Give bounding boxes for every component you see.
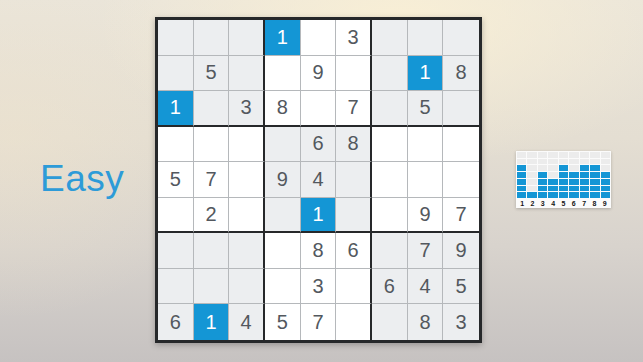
histogram-cell-2-1 (527, 192, 536, 198)
difficulty-label: Easy (40, 158, 124, 200)
histogram-cell-7-7 (580, 152, 589, 158)
histogram-cell-4-5 (548, 165, 557, 171)
histogram-cell-5-6 (559, 159, 568, 165)
histogram-label-3: 3 (538, 199, 548, 207)
histogram-cell-3-6 (538, 159, 547, 165)
histogram-cell-7-4 (580, 172, 589, 178)
cell-r7c3[interactable] (229, 233, 265, 269)
histogram-digit-labels: 123456789 (517, 199, 610, 207)
histogram-cell-5-5 (559, 165, 568, 171)
cell-r3c7[interactable] (372, 91, 408, 127)
cell-r6c5[interactable]: 1 (301, 198, 337, 234)
cell-r6c8[interactable]: 9 (408, 198, 444, 234)
cell-r9c1[interactable]: 6 (158, 304, 194, 340)
histogram-cell-2-7 (527, 152, 536, 158)
histogram-bars (517, 152, 610, 198)
histogram-cell-4-3 (548, 179, 557, 185)
cell-r8c9[interactable]: 5 (443, 269, 479, 305)
histogram-cell-8-1 (590, 192, 599, 198)
histogram-cell-2-6 (527, 159, 536, 165)
histogram-cell-7-3 (580, 179, 589, 185)
cell-r1c7[interactable] (372, 20, 408, 56)
cell-r4c5[interactable]: 6 (301, 127, 337, 163)
histogram-cell-1-2 (517, 186, 526, 192)
histogram-label-2: 2 (527, 199, 537, 207)
histogram-cell-3-2 (538, 186, 547, 192)
histogram-cell-1-5 (517, 165, 526, 171)
histogram-cell-5-4 (559, 172, 568, 178)
histogram-cell-8-3 (590, 179, 599, 185)
histogram-cell-3-1 (538, 192, 547, 198)
cell-r2c2[interactable]: 5 (194, 56, 230, 92)
histogram-cell-9-4 (601, 172, 610, 178)
cell-r9c6[interactable] (336, 304, 372, 340)
cell-r2c1[interactable] (158, 56, 194, 92)
histogram-cell-9-5 (601, 165, 610, 171)
cell-r1c5[interactable] (301, 20, 337, 56)
cell-r6c9[interactable]: 7 (443, 198, 479, 234)
digit-histogram-panel: 123456789 (516, 151, 611, 208)
cell-r5c8[interactable] (408, 162, 444, 198)
histogram-cell-9-6 (601, 159, 610, 165)
histogram-cell-7-1 (580, 192, 589, 198)
cell-r3c5[interactable] (301, 91, 337, 127)
cell-r8c5[interactable]: 3 (301, 269, 337, 305)
background: Easy 13591813875685794219786793645614578… (0, 0, 643, 362)
histogram-cell-6-5 (569, 165, 578, 171)
cell-r6c4[interactable] (265, 198, 301, 234)
cell-r7c2[interactable] (194, 233, 230, 269)
cell-r6c1[interactable] (158, 198, 194, 234)
histogram-cell-5-1 (559, 192, 568, 198)
cell-r8c2[interactable] (194, 269, 230, 305)
histogram-cell-2-5 (527, 165, 536, 171)
cell-r1c3[interactable] (229, 20, 265, 56)
cell-r8c8[interactable]: 4 (408, 269, 444, 305)
cell-r4c3[interactable] (229, 127, 265, 163)
histogram-cell-8-2 (590, 186, 599, 192)
histogram-cell-5-2 (559, 186, 568, 192)
histogram-cell-7-2 (580, 186, 589, 192)
cell-r3c9[interactable] (443, 91, 479, 127)
cell-r4c2[interactable] (194, 127, 230, 163)
histogram-cell-1-1 (517, 192, 526, 198)
histogram-cell-8-6 (590, 159, 599, 165)
cell-r2c3[interactable] (229, 56, 265, 92)
histogram-cell-9-3 (601, 179, 610, 185)
cell-r4c4[interactable] (265, 127, 301, 163)
cell-r5c3[interactable] (229, 162, 265, 198)
cell-r9c2[interactable]: 1 (194, 304, 230, 340)
histogram-cell-3-4 (538, 172, 547, 178)
cell-r7c7[interactable] (372, 233, 408, 269)
histogram-cell-6-2 (569, 186, 578, 192)
cell-r1c9[interactable] (443, 20, 479, 56)
histogram-label-6: 6 (569, 199, 579, 207)
cell-r5c2[interactable]: 7 (194, 162, 230, 198)
cell-r9c9[interactable]: 3 (443, 304, 479, 340)
histogram-cell-9-1 (601, 192, 610, 198)
cell-r2c4[interactable] (265, 56, 301, 92)
cell-r3c8[interactable]: 5 (408, 91, 444, 127)
cell-r6c3[interactable] (229, 198, 265, 234)
histogram-cell-2-2 (527, 186, 536, 192)
cell-r4c8[interactable] (408, 127, 444, 163)
histogram-cell-3-7 (538, 152, 547, 158)
cell-r7c6[interactable]: 6 (336, 233, 372, 269)
histogram-cell-1-7 (517, 152, 526, 158)
histogram-cell-1-3 (517, 179, 526, 185)
histogram-cell-3-3 (538, 179, 547, 185)
cell-r6c2[interactable]: 2 (194, 198, 230, 234)
cell-r1c1[interactable] (158, 20, 194, 56)
histogram-cell-8-5 (590, 165, 599, 171)
cell-r5c1[interactable]: 5 (158, 162, 194, 198)
cell-r3c6[interactable]: 7 (336, 91, 372, 127)
histogram-cell-4-4 (548, 172, 557, 178)
cell-r2c8[interactable]: 1 (408, 56, 444, 92)
histogram-label-7: 7 (579, 199, 589, 207)
cell-r1c2[interactable] (194, 20, 230, 56)
cell-r8c1[interactable] (158, 269, 194, 305)
cell-r3c3[interactable]: 3 (229, 91, 265, 127)
histogram-cell-6-7 (569, 152, 578, 158)
cell-r4c9[interactable] (443, 127, 479, 163)
cell-r7c5[interactable]: 8 (301, 233, 337, 269)
histogram-cell-9-7 (601, 152, 610, 158)
histogram-cell-7-5 (580, 165, 589, 171)
histogram-cell-8-7 (590, 152, 599, 158)
histogram-cell-5-3 (559, 179, 568, 185)
cell-r8c3[interactable] (229, 269, 265, 305)
histogram-cell-9-2 (601, 186, 610, 192)
cell-r3c2[interactable] (194, 91, 230, 127)
histogram-cell-2-4 (527, 172, 536, 178)
histogram-cell-7-6 (580, 159, 589, 165)
histogram-cell-6-4 (569, 172, 578, 178)
cell-r8c7[interactable]: 6 (372, 269, 408, 305)
histogram-cell-6-3 (569, 179, 578, 185)
cell-r6c6[interactable] (336, 198, 372, 234)
histogram-cell-4-1 (548, 192, 557, 198)
cell-r9c5[interactable]: 7 (301, 304, 337, 340)
histogram-cell-6-6 (569, 159, 578, 165)
cell-r2c5[interactable]: 9 (301, 56, 337, 92)
cell-r5c4[interactable]: 9 (265, 162, 301, 198)
cell-r4c1[interactable] (158, 127, 194, 163)
cell-r7c1[interactable] (158, 233, 194, 269)
cell-r3c4[interactable]: 8 (265, 91, 301, 127)
cell-r8c6[interactable] (336, 269, 372, 305)
histogram-cell-8-4 (590, 172, 599, 178)
cell-r7c8[interactable]: 7 (408, 233, 444, 269)
cell-r6c7[interactable] (372, 198, 408, 234)
cell-r4c6[interactable]: 8 (336, 127, 372, 163)
sudoku-board: 135918138756857942197867936456145783 (155, 17, 482, 343)
histogram-cell-2-3 (527, 179, 536, 185)
cell-r2c6[interactable] (336, 56, 372, 92)
histogram-cell-4-6 (548, 159, 557, 165)
histogram-label-9: 9 (600, 199, 610, 207)
cell-r9c7[interactable] (372, 304, 408, 340)
cell-r7c4[interactable] (265, 233, 301, 269)
histogram-cell-1-6 (517, 159, 526, 165)
cell-r1c8[interactable] (408, 20, 444, 56)
histogram-label-8: 8 (589, 199, 599, 207)
cell-r5c7[interactable] (372, 162, 408, 198)
histogram-cell-4-2 (548, 186, 557, 192)
histogram-cell-5-7 (559, 152, 568, 158)
cell-r5c5[interactable]: 4 (301, 162, 337, 198)
histogram-label-5: 5 (558, 199, 568, 207)
cell-r5c9[interactable] (443, 162, 479, 198)
cell-r9c3[interactable]: 4 (229, 304, 265, 340)
cell-r5c6[interactable] (336, 162, 372, 198)
cell-r9c8[interactable]: 8 (408, 304, 444, 340)
cell-r8c4[interactable] (265, 269, 301, 305)
cell-r1c6[interactable]: 3 (336, 20, 372, 56)
histogram-cell-3-5 (538, 165, 547, 171)
histogram-label-4: 4 (548, 199, 558, 207)
histogram-cell-1-4 (517, 172, 526, 178)
cell-r7c9[interactable]: 9 (443, 233, 479, 269)
histogram-label-1: 1 (517, 199, 527, 207)
histogram-cell-4-7 (548, 152, 557, 158)
cell-r3c1[interactable]: 1 (158, 91, 194, 127)
cell-r1c4[interactable]: 1 (265, 20, 301, 56)
histogram-cell-6-1 (569, 192, 578, 198)
cell-r2c7[interactable] (372, 56, 408, 92)
cell-r9c4[interactable]: 5 (265, 304, 301, 340)
cell-r4c7[interactable] (372, 127, 408, 163)
cell-r2c9[interactable]: 8 (443, 56, 479, 92)
